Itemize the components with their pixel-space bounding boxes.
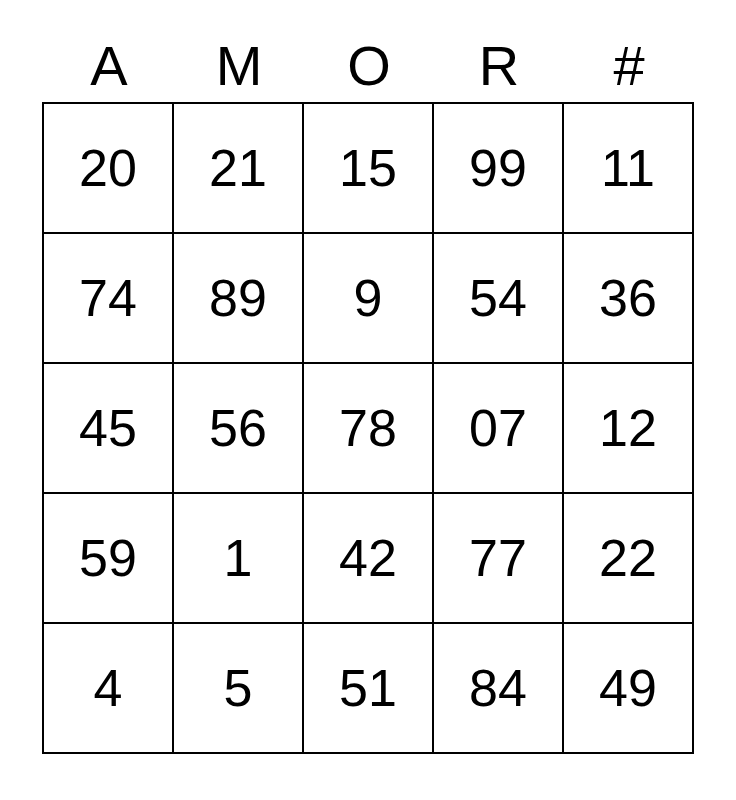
- bingo-cell-r4c2[interactable]: 1: [174, 494, 304, 624]
- bingo-cell-r5c3[interactable]: 51: [304, 624, 434, 754]
- bingo-cell-r4c5[interactable]: 22: [564, 494, 694, 624]
- bingo-cell-r5c2[interactable]: 5: [174, 624, 304, 754]
- bingo-cell-r3c5[interactable]: 12: [564, 364, 694, 494]
- header-letter-m: M: [174, 30, 304, 102]
- bingo-cell-r1c4[interactable]: 99: [434, 104, 564, 234]
- header-letter-o: O: [304, 30, 434, 102]
- bingo-header-row: A M O R #: [44, 30, 694, 102]
- bingo-cell-r1c2[interactable]: 21: [174, 104, 304, 234]
- bingo-cell-r2c5[interactable]: 36: [564, 234, 694, 364]
- bingo-cell-r2c4[interactable]: 54: [434, 234, 564, 364]
- bingo-cell-r4c4[interactable]: 77: [434, 494, 564, 624]
- bingo-cell-r2c3[interactable]: 9: [304, 234, 434, 364]
- header-letter-r: R: [434, 30, 564, 102]
- bingo-cell-r3c1[interactable]: 45: [44, 364, 174, 494]
- bingo-cell-r1c3[interactable]: 15: [304, 104, 434, 234]
- bingo-cell-r3c2[interactable]: 56: [174, 364, 304, 494]
- bingo-cell-r3c4[interactable]: 07: [434, 364, 564, 494]
- bingo-cell-r5c4[interactable]: 84: [434, 624, 564, 754]
- header-letter-a: A: [44, 30, 174, 102]
- bingo-cell-r5c5[interactable]: 49: [564, 624, 694, 754]
- header-letter-hash: #: [564, 30, 694, 102]
- bingo-cell-r2c1[interactable]: 74: [44, 234, 174, 364]
- bingo-board: 20 21 15 99 11 74 89 9 54 36 45 56 78 07…: [42, 102, 694, 754]
- bingo-cell-r4c1[interactable]: 59: [44, 494, 174, 624]
- bingo-cell-r5c1[interactable]: 4: [44, 624, 174, 754]
- bingo-card: A M O R # 20 21 15 99 11 74 89 9 54 36 4…: [42, 30, 694, 754]
- bingo-cell-r1c1[interactable]: 20: [44, 104, 174, 234]
- bingo-cell-r4c3[interactable]: 42: [304, 494, 434, 624]
- bingo-cell-r3c3[interactable]: 78: [304, 364, 434, 494]
- bingo-cell-r1c5[interactable]: 11: [564, 104, 694, 234]
- bingo-cell-r2c2[interactable]: 89: [174, 234, 304, 364]
